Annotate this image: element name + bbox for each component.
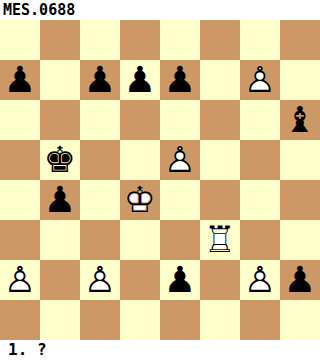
square-g6 [240,100,280,140]
square-c5 [80,140,120,180]
square-d7: ♟ [120,60,160,100]
square-h4 [280,180,320,220]
square-h3 [280,220,320,260]
square-f6 [200,100,240,140]
white-rook: ♖ [200,220,240,260]
square-g1 [240,300,280,340]
square-d8 [120,20,160,60]
square-d2 [120,260,160,300]
white-king: ♔ [120,180,160,220]
square-g2: ♟♙ [240,260,280,300]
square-f5 [200,140,240,180]
square-c7: ♟ [80,60,120,100]
white-pawn: ♙ [0,260,40,300]
square-d4: ♚♔ [120,180,160,220]
square-g3 [240,220,280,260]
square-h8 [280,20,320,60]
square-b1 [40,300,80,340]
black-pawn: ♟ [160,260,200,300]
square-g5 [240,140,280,180]
square-h7 [280,60,320,100]
square-g8 [240,20,280,60]
square-g4 [240,180,280,220]
white-pawn: ♙ [240,60,280,100]
square-f3: ♜♖ [200,220,240,260]
square-h1 [280,300,320,340]
move-prompt-bar: 1. ? [0,340,320,360]
white-pawn: ♙ [80,260,120,300]
square-f7 [200,60,240,100]
square-a5 [0,140,40,180]
square-a8 [0,20,40,60]
square-f2 [200,260,240,300]
black-pawn: ♟ [40,180,80,220]
square-d6 [120,100,160,140]
square-b2 [40,260,80,300]
move-prompt: 1. ? [8,340,47,360]
black-pawn: ♟ [160,60,200,100]
square-d1 [120,300,160,340]
square-b7 [40,60,80,100]
square-e4 [160,180,200,220]
square-d5 [120,140,160,180]
square-b6 [40,100,80,140]
square-c8 [80,20,120,60]
square-a1 [0,300,40,340]
square-c2: ♟♙ [80,260,120,300]
square-b5: ♚ [40,140,80,180]
square-g7: ♟♙ [240,60,280,100]
square-c3 [80,220,120,260]
chess-board: ♟♟♟♟♟♙♝♚♟♙♟♚♔♜♖♟♙♟♙♟♟♙♟ [0,20,320,340]
black-bishop: ♝ [280,100,320,140]
square-e7: ♟ [160,60,200,100]
black-pawn: ♟ [120,60,160,100]
square-b3 [40,220,80,260]
square-c4 [80,180,120,220]
square-f4 [200,180,240,220]
white-pawn: ♙ [160,140,200,180]
square-a7: ♟ [0,60,40,100]
square-c1 [80,300,120,340]
diagram-title-bar: MES.0688 [0,0,320,20]
white-pawn: ♙ [240,260,280,300]
square-a2: ♟♙ [0,260,40,300]
square-a3 [0,220,40,260]
square-b8 [40,20,80,60]
square-b4: ♟ [40,180,80,220]
square-c6 [80,100,120,140]
square-e2: ♟ [160,260,200,300]
black-pawn: ♟ [0,60,40,100]
square-f1 [200,300,240,340]
diagram-title: MES.0688 [3,0,75,20]
square-a6 [0,100,40,140]
square-h5 [280,140,320,180]
square-h6: ♝ [280,100,320,140]
black-pawn: ♟ [80,60,120,100]
square-f8 [200,20,240,60]
square-e3 [160,220,200,260]
black-king: ♚ [40,140,80,180]
square-a4 [0,180,40,220]
square-e8 [160,20,200,60]
chess-diagram-page: MES.0688 ♟♟♟♟♟♙♝♚♟♙♟♚♔♜♖♟♙♟♙♟♟♙♟ 1. ? [0,0,320,360]
square-e5: ♟♙ [160,140,200,180]
square-e6 [160,100,200,140]
square-h2: ♟ [280,260,320,300]
square-d3 [120,220,160,260]
square-e1 [160,300,200,340]
black-pawn: ♟ [280,260,320,300]
